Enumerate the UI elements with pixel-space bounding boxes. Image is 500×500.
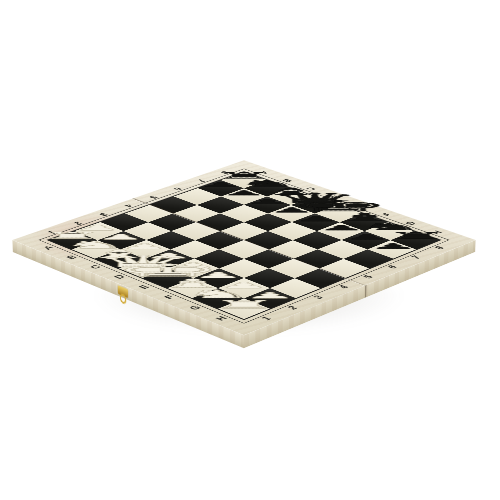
perspective-scene: AA11BB22CC33DD44EE55FF66GG77HH88 ♜♞♝♛♚♝♞… <box>0 0 500 500</box>
black-pawn-glyph: ♟ <box>269 207 316 214</box>
black-pawn-glyph: ♟ <box>245 198 291 205</box>
fold-seam-side <box>365 285 367 298</box>
black-pawn-glyph: ♟ <box>293 215 340 222</box>
black-pawn-glyph: ♟ <box>343 233 392 240</box>
chess-set-product-photo: AA11BB22CC33DD44EE55FF66GG77HH88 ♜♞♝♛♚♝♞… <box>0 0 500 500</box>
black-pawn-glyph: ♟ <box>198 181 243 188</box>
black-pawn-glyph: ♟ <box>221 190 267 197</box>
chess-board: AA11BB22CC33DD44EE55FF66GG77HH88 ♜♞♝♛♚♝♞… <box>12 160 475 335</box>
black-pawn-glyph: ♟ <box>318 224 366 231</box>
black-rook-glyph: ♜ <box>384 231 448 241</box>
